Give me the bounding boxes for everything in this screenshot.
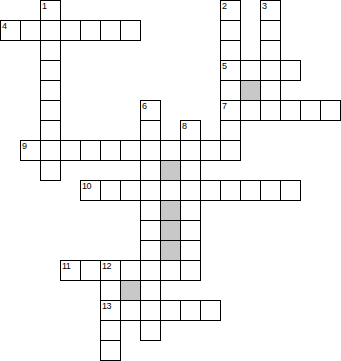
crossword-cell[interactable] bbox=[140, 180, 161, 201]
crossword-cell-shaded[interactable] bbox=[120, 280, 141, 301]
crossword-cell[interactable]: 4 bbox=[0, 20, 21, 41]
crossword-cell[interactable] bbox=[220, 40, 241, 61]
crossword-cell[interactable] bbox=[280, 180, 301, 201]
crossword-cell[interactable] bbox=[240, 180, 261, 201]
crossword-cell[interactable] bbox=[100, 320, 121, 341]
crossword-cell[interactable]: 2 bbox=[220, 0, 241, 21]
crossword-cell[interactable]: 11 bbox=[60, 260, 81, 281]
crossword-cell[interactable] bbox=[60, 140, 81, 161]
crossword-cell[interactable] bbox=[220, 80, 241, 101]
clue-number-9: 9 bbox=[22, 142, 27, 150]
crossword-cell-shaded[interactable] bbox=[160, 160, 181, 181]
clue-number-5: 5 bbox=[222, 62, 227, 70]
crossword-cell[interactable] bbox=[120, 140, 141, 161]
crossword-cell[interactable] bbox=[60, 20, 81, 41]
crossword-cell[interactable] bbox=[220, 180, 241, 201]
crossword-cell[interactable] bbox=[320, 100, 341, 121]
crossword-cell[interactable] bbox=[140, 320, 161, 341]
crossword-cell[interactable] bbox=[120, 20, 141, 41]
crossword-cell[interactable]: 7 bbox=[220, 100, 241, 121]
crossword-cell[interactable] bbox=[220, 140, 241, 161]
crossword-cell[interactable] bbox=[260, 20, 281, 41]
crossword-cell[interactable] bbox=[100, 140, 121, 161]
crossword-cell[interactable]: 6 bbox=[140, 100, 161, 121]
crossword-cell[interactable] bbox=[140, 120, 161, 141]
crossword-cell[interactable] bbox=[40, 60, 61, 81]
crossword-cell[interactable] bbox=[300, 100, 321, 121]
clue-number-11: 11 bbox=[62, 262, 70, 270]
crossword-cell[interactable]: 1 bbox=[40, 0, 61, 21]
crossword-cell-shaded[interactable] bbox=[160, 220, 181, 241]
crossword-cell[interactable] bbox=[200, 140, 221, 161]
crossword-cell[interactable] bbox=[140, 240, 161, 261]
crossword-cell[interactable] bbox=[140, 200, 161, 221]
crossword-cell[interactable] bbox=[100, 20, 121, 41]
crossword-cell[interactable] bbox=[80, 140, 101, 161]
crossword-cell[interactable] bbox=[180, 240, 201, 261]
clue-number-2: 2 bbox=[222, 2, 227, 10]
crossword-cell[interactable] bbox=[180, 180, 201, 201]
crossword-cell[interactable] bbox=[220, 120, 241, 141]
crossword-cell-shaded[interactable] bbox=[240, 80, 261, 101]
crossword-cell[interactable] bbox=[180, 160, 201, 181]
clue-number-1: 1 bbox=[42, 2, 47, 10]
crossword-cell[interactable] bbox=[40, 40, 61, 61]
crossword-cell[interactable] bbox=[40, 140, 61, 161]
crossword-cell[interactable] bbox=[260, 180, 281, 201]
clue-number-10: 10 bbox=[82, 182, 91, 190]
crossword-cell[interactable] bbox=[100, 180, 121, 201]
crossword-cell[interactable] bbox=[40, 120, 61, 141]
crossword-cell[interactable] bbox=[180, 200, 201, 221]
clue-number-8: 8 bbox=[182, 122, 187, 130]
crossword-cell[interactable] bbox=[260, 60, 281, 81]
crossword-cell[interactable] bbox=[140, 300, 161, 321]
crossword-cell[interactable] bbox=[200, 180, 221, 201]
crossword-cell[interactable] bbox=[180, 300, 201, 321]
crossword-cell-shaded[interactable] bbox=[160, 240, 181, 261]
crossword-cell[interactable] bbox=[120, 300, 141, 321]
crossword-cell[interactable] bbox=[120, 260, 141, 281]
crossword-cell[interactable] bbox=[160, 300, 181, 321]
crossword-cell[interactable] bbox=[200, 300, 221, 321]
crossword-cell[interactable] bbox=[100, 280, 121, 301]
crossword-cell[interactable] bbox=[260, 40, 281, 61]
crossword-board: 12345678910111213 bbox=[0, 0, 341, 361]
crossword-cell[interactable] bbox=[240, 60, 261, 81]
crossword-cell[interactable] bbox=[100, 340, 121, 361]
clue-number-12: 12 bbox=[102, 262, 111, 270]
crossword-cell[interactable]: 8 bbox=[180, 120, 201, 141]
crossword-cell[interactable] bbox=[20, 20, 41, 41]
crossword-cell[interactable] bbox=[280, 60, 301, 81]
crossword-cell[interactable] bbox=[140, 220, 161, 241]
crossword-cell-shaded[interactable] bbox=[160, 200, 181, 221]
crossword-cell[interactable] bbox=[220, 20, 241, 41]
crossword-cell[interactable] bbox=[260, 80, 281, 101]
clue-number-3: 3 bbox=[262, 2, 267, 10]
crossword-cell[interactable] bbox=[120, 180, 141, 201]
crossword-cell[interactable]: 9 bbox=[20, 140, 41, 161]
clue-number-4: 4 bbox=[2, 22, 7, 30]
crossword-cell[interactable] bbox=[180, 260, 201, 281]
crossword-cell[interactable] bbox=[140, 260, 161, 281]
clue-number-7: 7 bbox=[222, 102, 227, 110]
crossword-cell[interactable] bbox=[140, 140, 161, 161]
crossword-cell[interactable] bbox=[180, 220, 201, 241]
crossword-cell[interactable]: 13 bbox=[100, 300, 121, 321]
crossword-cell[interactable] bbox=[180, 140, 201, 161]
crossword-cell[interactable] bbox=[40, 160, 61, 181]
crossword-cell[interactable]: 5 bbox=[220, 60, 241, 81]
crossword-cell[interactable]: 3 bbox=[260, 0, 281, 21]
crossword-cell[interactable] bbox=[40, 80, 61, 101]
crossword-cell[interactable] bbox=[160, 140, 181, 161]
crossword-cell[interactable] bbox=[260, 100, 281, 121]
crossword-cell[interactable]: 12 bbox=[100, 260, 121, 281]
clue-number-13: 13 bbox=[102, 302, 111, 310]
crossword-cell[interactable] bbox=[280, 100, 301, 121]
crossword-cell[interactable] bbox=[40, 20, 61, 41]
crossword-cell[interactable] bbox=[160, 260, 181, 281]
crossword-cell[interactable] bbox=[80, 20, 101, 41]
crossword-cell[interactable] bbox=[160, 180, 181, 201]
crossword-cell[interactable]: 10 bbox=[80, 180, 101, 201]
crossword-cell[interactable] bbox=[140, 160, 161, 181]
crossword-cell[interactable] bbox=[140, 280, 161, 301]
clue-number-6: 6 bbox=[142, 102, 147, 110]
crossword-cell[interactable] bbox=[40, 100, 61, 121]
crossword-cell[interactable] bbox=[80, 260, 101, 281]
crossword-cell[interactable] bbox=[240, 100, 261, 121]
